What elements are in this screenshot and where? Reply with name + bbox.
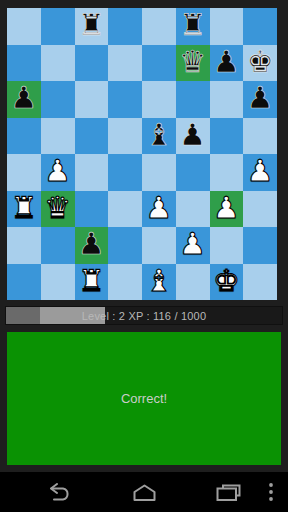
recents-icon xyxy=(216,484,241,501)
square-h6[interactable]: ♟ xyxy=(243,81,277,118)
piece-white-pawn[interactable]: ♟ xyxy=(213,193,240,223)
square-e4[interactable] xyxy=(142,154,176,191)
piece-white-king[interactable]: ♚ xyxy=(213,266,240,296)
overflow-menu-button[interactable] xyxy=(254,472,288,512)
square-a2[interactable] xyxy=(7,227,41,264)
square-h8[interactable] xyxy=(243,8,277,45)
square-b3[interactable]: ♛ xyxy=(41,191,75,228)
square-c6[interactable] xyxy=(75,81,109,118)
square-f6[interactable] xyxy=(176,81,210,118)
piece-black-pawn[interactable]: ♟ xyxy=(10,83,37,113)
square-d6[interactable] xyxy=(108,81,142,118)
square-f2[interactable]: ♟ xyxy=(176,227,210,264)
square-f8[interactable]: ♜ xyxy=(176,8,210,45)
square-b4[interactable]: ♟ xyxy=(41,154,75,191)
square-a5[interactable] xyxy=(7,118,41,155)
square-d5[interactable] xyxy=(108,118,142,155)
square-g1[interactable]: ♚ xyxy=(210,264,244,301)
square-f5[interactable]: ♟ xyxy=(176,118,210,155)
square-h1[interactable] xyxy=(243,264,277,301)
square-e7[interactable] xyxy=(142,45,176,82)
square-a6[interactable]: ♟ xyxy=(7,81,41,118)
square-b2[interactable] xyxy=(41,227,75,264)
square-h5[interactable] xyxy=(243,118,277,155)
piece-white-pawn[interactable]: ♟ xyxy=(179,229,206,259)
square-g7[interactable]: ♟ xyxy=(210,45,244,82)
home-icon xyxy=(132,484,157,501)
piece-white-rook[interactable]: ♜ xyxy=(78,266,105,296)
square-d2[interactable] xyxy=(108,227,142,264)
piece-white-pawn[interactable]: ♟ xyxy=(44,156,71,186)
square-g6[interactable] xyxy=(210,81,244,118)
square-e6[interactable] xyxy=(142,81,176,118)
square-c4[interactable] xyxy=(75,154,109,191)
square-f7[interactable]: ♛ xyxy=(176,45,210,82)
square-c8[interactable]: ♜ xyxy=(75,8,109,45)
square-d8[interactable] xyxy=(108,8,142,45)
android-nav-bar xyxy=(0,472,288,512)
square-c7[interactable] xyxy=(75,45,109,82)
square-e8[interactable] xyxy=(142,8,176,45)
piece-black-pawn[interactable]: ♟ xyxy=(78,229,105,259)
piece-black-bishop[interactable]: ♝ xyxy=(145,120,172,150)
feedback-text: Correct! xyxy=(121,391,167,406)
square-a1[interactable] xyxy=(7,264,41,301)
chess-board: ♜♜♛♟♚♟♟♝♟♟♟♜♛♟♟♟♟♜♝♚ xyxy=(7,8,277,300)
piece-black-pawn[interactable]: ♟ xyxy=(247,83,274,113)
square-d1[interactable] xyxy=(108,264,142,301)
square-b8[interactable] xyxy=(41,8,75,45)
piece-white-queen[interactable]: ♛ xyxy=(44,193,71,223)
level-xp-label: Level : 2 XP : 116 / 1000 xyxy=(6,307,282,324)
square-d4[interactable] xyxy=(108,154,142,191)
square-f1[interactable] xyxy=(176,264,210,301)
square-c3[interactable] xyxy=(75,191,109,228)
square-g4[interactable] xyxy=(210,154,244,191)
piece-black-rook[interactable]: ♜ xyxy=(179,10,206,40)
square-h2[interactable] xyxy=(243,227,277,264)
square-b6[interactable] xyxy=(41,81,75,118)
recents-button[interactable] xyxy=(204,472,252,512)
overflow-menu-icon xyxy=(268,482,274,502)
square-b1[interactable] xyxy=(41,264,75,301)
piece-black-pawn[interactable]: ♟ xyxy=(213,47,240,77)
square-g2[interactable] xyxy=(210,227,244,264)
piece-white-rook[interactable]: ♜ xyxy=(10,193,37,223)
piece-black-pawn[interactable]: ♟ xyxy=(179,120,206,150)
square-g8[interactable] xyxy=(210,8,244,45)
piece-black-rook[interactable]: ♜ xyxy=(78,10,105,40)
piece-black-king[interactable]: ♚ xyxy=(247,47,274,77)
back-icon xyxy=(47,483,73,501)
piece-black-queen[interactable]: ♛ xyxy=(179,47,206,77)
square-f3[interactable] xyxy=(176,191,210,228)
square-a3[interactable]: ♜ xyxy=(7,191,41,228)
square-d7[interactable] xyxy=(108,45,142,82)
xp-progress-bar: Level : 2 XP : 116 / 1000 xyxy=(5,306,283,325)
square-e2[interactable] xyxy=(142,227,176,264)
square-e5[interactable]: ♝ xyxy=(142,118,176,155)
square-d3[interactable] xyxy=(108,191,142,228)
home-button[interactable] xyxy=(120,472,168,512)
square-e1[interactable]: ♝ xyxy=(142,264,176,301)
square-b5[interactable] xyxy=(41,118,75,155)
square-g5[interactable] xyxy=(210,118,244,155)
piece-white-bishop[interactable]: ♝ xyxy=(145,266,172,296)
square-b7[interactable] xyxy=(41,45,75,82)
square-c5[interactable] xyxy=(75,118,109,155)
square-h4[interactable]: ♟ xyxy=(243,154,277,191)
square-h3[interactable] xyxy=(243,191,277,228)
square-c1[interactable]: ♜ xyxy=(75,264,109,301)
square-e3[interactable]: ♟ xyxy=(142,191,176,228)
back-button[interactable] xyxy=(36,472,84,512)
square-a7[interactable] xyxy=(7,45,41,82)
feedback-panel[interactable]: Correct! xyxy=(7,332,281,465)
square-h7[interactable]: ♚ xyxy=(243,45,277,82)
square-f4[interactable] xyxy=(176,154,210,191)
square-g3[interactable]: ♟ xyxy=(210,191,244,228)
square-a8[interactable] xyxy=(7,8,41,45)
square-c2[interactable]: ♟ xyxy=(75,227,109,264)
square-a4[interactable] xyxy=(7,154,41,191)
piece-white-pawn[interactable]: ♟ xyxy=(145,193,172,223)
piece-white-pawn[interactable]: ♟ xyxy=(247,156,274,186)
